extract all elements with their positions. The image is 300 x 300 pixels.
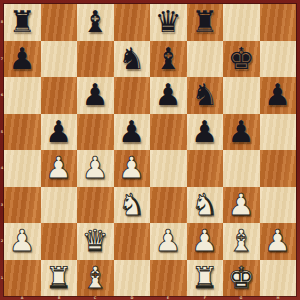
piece-white-pawn[interactable]: ♟ (187, 223, 224, 260)
file-label: C (94, 296, 97, 300)
square-f2[interactable]: ♟ (187, 223, 224, 260)
square-b5[interactable]: ♟ (41, 114, 78, 151)
square-a2[interactable]: ♟ (4, 223, 41, 260)
square-g1[interactable]: ♚ (223, 260, 260, 297)
square-c4[interactable]: ♟ (77, 150, 114, 187)
piece-white-pawn[interactable]: ♟ (77, 150, 114, 187)
square-a7[interactable]: ♟ (4, 41, 41, 78)
square-g8[interactable] (223, 4, 260, 41)
square-h3[interactable] (260, 187, 297, 224)
rank-label: 3 (1, 203, 3, 207)
square-h2[interactable]: ♟ (260, 223, 297, 260)
square-g5[interactable]: ♟ (223, 114, 260, 151)
square-b8[interactable] (41, 4, 78, 41)
square-h5[interactable] (260, 114, 297, 151)
piece-white-pawn[interactable]: ♟ (223, 187, 260, 224)
square-e2[interactable]: ♟ (150, 223, 187, 260)
piece-black-king[interactable]: ♚ (223, 41, 260, 78)
file-label: D (130, 296, 133, 300)
square-h7[interactable] (260, 41, 297, 78)
file-label: B (57, 296, 60, 300)
square-f6[interactable]: ♞ (187, 77, 224, 114)
square-g2[interactable]: ♝ (223, 223, 260, 260)
square-b6[interactable] (41, 77, 78, 114)
file-label: E (167, 296, 169, 300)
piece-white-pawn[interactable]: ♟ (4, 223, 41, 260)
square-a8[interactable]: ♜ (4, 4, 41, 41)
piece-white-pawn[interactable]: ♟ (260, 223, 297, 260)
piece-black-pawn[interactable]: ♟ (150, 77, 187, 114)
square-c7[interactable] (77, 41, 114, 78)
piece-black-knight[interactable]: ♞ (187, 77, 224, 114)
square-g3[interactable]: ♟ (223, 187, 260, 224)
piece-black-knight[interactable]: ♞ (114, 41, 151, 78)
piece-white-pawn[interactable]: ♟ (150, 223, 187, 260)
rank-label: 7 (1, 57, 3, 61)
rank-label: 1 (1, 276, 3, 280)
square-e3[interactable] (150, 187, 187, 224)
piece-white-pawn[interactable]: ♟ (41, 150, 78, 187)
piece-black-pawn[interactable]: ♟ (187, 114, 224, 151)
square-h8[interactable] (260, 4, 297, 41)
square-e7[interactable]: ♝ (150, 41, 187, 78)
square-d6[interactable] (114, 77, 151, 114)
rank-label: 5 (1, 130, 3, 134)
square-d4[interactable]: ♟ (114, 150, 151, 187)
square-d5[interactable]: ♟ (114, 114, 151, 151)
piece-black-pawn[interactable]: ♟ (41, 114, 78, 151)
piece-black-pawn[interactable]: ♟ (223, 114, 260, 151)
piece-black-pawn[interactable]: ♟ (260, 77, 297, 114)
square-b7[interactable] (41, 41, 78, 78)
square-f1[interactable]: ♜ (187, 260, 224, 297)
file-label: F (204, 296, 206, 300)
square-f7[interactable] (187, 41, 224, 78)
square-f5[interactable]: ♟ (187, 114, 224, 151)
square-h4[interactable] (260, 150, 297, 187)
piece-black-pawn[interactable]: ♟ (77, 77, 114, 114)
rank-label: 6 (1, 93, 3, 97)
square-e1[interactable] (150, 260, 187, 297)
rank-label: 2 (1, 239, 3, 243)
piece-white-rook[interactable]: ♜ (41, 260, 78, 297)
chess-board: ♜♝♛♜♟♞♝♚♟♟♞♟♟♟♟♟♟♟♟♞♞♟♟♛♟♟♝♟♜♝♜♚ (4, 4, 296, 296)
square-c2[interactable]: ♛ (77, 223, 114, 260)
square-c3[interactable] (77, 187, 114, 224)
square-b2[interactable] (41, 223, 78, 260)
piece-black-rook[interactable]: ♜ (187, 4, 224, 41)
piece-black-pawn[interactable]: ♟ (114, 114, 151, 151)
piece-white-bishop[interactable]: ♝ (77, 260, 114, 297)
square-g4[interactable] (223, 150, 260, 187)
square-b3[interactable] (41, 187, 78, 224)
square-h6[interactable]: ♟ (260, 77, 297, 114)
piece-black-rook[interactable]: ♜ (4, 4, 41, 41)
square-g7[interactable]: ♚ (223, 41, 260, 78)
file-label: H (276, 296, 279, 300)
square-a6[interactable] (4, 77, 41, 114)
square-g6[interactable] (223, 77, 260, 114)
square-e8[interactable]: ♛ (150, 4, 187, 41)
piece-black-pawn[interactable]: ♟ (4, 41, 41, 78)
piece-white-rook[interactable]: ♜ (187, 260, 224, 297)
chess-diagram: ♜♝♛♜♟♞♝♚♟♟♞♟♟♟♟♟♟♟♟♞♞♟♟♛♟♟♝♟♜♝♜♚ 8765432… (0, 0, 300, 300)
square-e5[interactable] (150, 114, 187, 151)
square-c1[interactable]: ♝ (77, 260, 114, 297)
square-c5[interactable] (77, 114, 114, 151)
square-e6[interactable]: ♟ (150, 77, 187, 114)
piece-white-queen[interactable]: ♛ (77, 223, 114, 260)
rank-label: 4 (1, 166, 3, 170)
square-d3[interactable]: ♞ (114, 187, 151, 224)
square-a3[interactable] (4, 187, 41, 224)
square-b4[interactable]: ♟ (41, 150, 78, 187)
piece-white-king[interactable]: ♚ (223, 260, 260, 297)
file-label: A (21, 296, 24, 300)
square-c8[interactable]: ♝ (77, 4, 114, 41)
square-e4[interactable] (150, 150, 187, 187)
piece-black-queen[interactable]: ♛ (150, 4, 187, 41)
square-a5[interactable] (4, 114, 41, 151)
square-f4[interactable] (187, 150, 224, 187)
square-f3[interactable]: ♞ (187, 187, 224, 224)
square-a4[interactable] (4, 150, 41, 187)
square-d7[interactable]: ♞ (114, 41, 151, 78)
piece-white-bishop[interactable]: ♝ (223, 223, 260, 260)
piece-white-knight[interactable]: ♞ (114, 187, 151, 224)
square-d2[interactable] (114, 223, 151, 260)
square-c6[interactable]: ♟ (77, 77, 114, 114)
file-label: G (240, 296, 243, 300)
square-a1[interactable] (4, 260, 41, 297)
piece-white-pawn[interactable]: ♟ (114, 150, 151, 187)
square-d1[interactable] (114, 260, 151, 297)
square-b1[interactable]: ♜ (41, 260, 78, 297)
piece-black-bishop[interactable]: ♝ (150, 41, 187, 78)
square-f8[interactable]: ♜ (187, 4, 224, 41)
rank-label: 8 (1, 20, 3, 24)
square-d8[interactable] (114, 4, 151, 41)
piece-white-knight[interactable]: ♞ (187, 187, 224, 224)
piece-black-bishop[interactable]: ♝ (77, 4, 114, 41)
square-h1[interactable] (260, 260, 297, 297)
